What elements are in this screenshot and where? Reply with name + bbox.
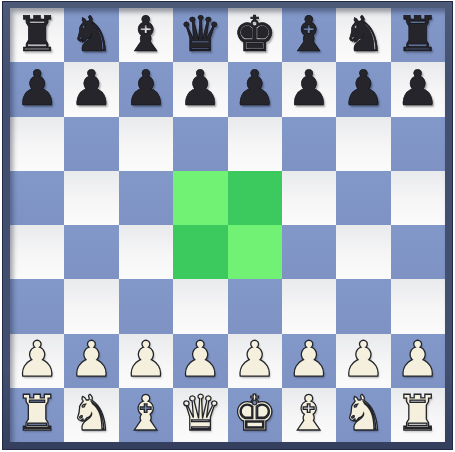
white-pawn[interactable]: ♟	[178, 335, 222, 384]
black-king[interactable]: ♚	[233, 10, 277, 59]
square-d2[interactable]: ♟	[173, 334, 227, 388]
white-queen[interactable]: ♛	[178, 389, 222, 438]
square-a4[interactable]	[10, 225, 64, 279]
black-knight[interactable]: ♞	[70, 10, 114, 59]
square-d8[interactable]: ♛	[173, 8, 227, 62]
square-f6[interactable]	[282, 117, 336, 171]
square-c5[interactable]	[119, 171, 173, 225]
white-knight[interactable]: ♞	[341, 389, 385, 438]
black-pawn[interactable]: ♟	[396, 64, 440, 113]
square-a6[interactable]	[10, 117, 64, 171]
white-king[interactable]: ♚	[233, 389, 277, 438]
black-rook[interactable]: ♜	[396, 10, 440, 59]
square-d3[interactable]	[173, 279, 227, 333]
square-f8[interactable]: ♝	[282, 8, 336, 62]
square-d6[interactable]	[173, 117, 227, 171]
white-pawn[interactable]: ♟	[233, 335, 277, 384]
black-pawn[interactable]: ♟	[341, 64, 385, 113]
white-pawn[interactable]: ♟	[15, 335, 59, 384]
square-b6[interactable]	[64, 117, 118, 171]
square-e6[interactable]	[228, 117, 282, 171]
square-g1[interactable]: ♞	[336, 388, 390, 442]
black-queen[interactable]: ♛	[178, 10, 222, 59]
square-f3[interactable]	[282, 279, 336, 333]
square-h5[interactable]	[391, 171, 445, 225]
black-pawn[interactable]: ♟	[178, 64, 222, 113]
square-c8[interactable]: ♝	[119, 8, 173, 62]
square-c7[interactable]: ♟	[119, 62, 173, 116]
white-pawn[interactable]: ♟	[124, 335, 168, 384]
square-b2[interactable]: ♟	[64, 334, 118, 388]
white-rook[interactable]: ♜	[396, 389, 440, 438]
square-f2[interactable]: ♟	[282, 334, 336, 388]
square-b3[interactable]	[64, 279, 118, 333]
square-g2[interactable]: ♟	[336, 334, 390, 388]
square-e8[interactable]: ♚	[228, 8, 282, 62]
square-e3[interactable]	[228, 279, 282, 333]
square-h6[interactable]	[391, 117, 445, 171]
square-b7[interactable]: ♟	[64, 62, 118, 116]
square-c4[interactable]	[119, 225, 173, 279]
chess-board: ♜♞♝♛♚♝♞♜♟♟♟♟♟♟♟♟♟♟♟♟♟♟♟♟♜♞♝♛♚♝♞♜	[10, 8, 445, 442]
square-h4[interactable]	[391, 225, 445, 279]
square-g3[interactable]	[336, 279, 390, 333]
square-d1[interactable]: ♛	[173, 388, 227, 442]
square-h7[interactable]: ♟	[391, 62, 445, 116]
square-h1[interactable]: ♜	[391, 388, 445, 442]
square-b5[interactable]	[64, 171, 118, 225]
square-h3[interactable]	[391, 279, 445, 333]
black-pawn[interactable]: ♟	[233, 64, 277, 113]
square-f7[interactable]: ♟	[282, 62, 336, 116]
square-c1[interactable]: ♝	[119, 388, 173, 442]
square-f1[interactable]: ♝	[282, 388, 336, 442]
square-g6[interactable]	[336, 117, 390, 171]
white-bishop[interactable]: ♝	[124, 389, 168, 438]
chess-board-window: ♜♞♝♛♚♝♞♜♟♟♟♟♟♟♟♟♟♟♟♟♟♟♟♟♜♞♝♛♚♝♞♜	[0, 0, 455, 452]
square-d4[interactable]	[173, 225, 227, 279]
white-knight[interactable]: ♞	[70, 389, 114, 438]
square-a5[interactable]	[10, 171, 64, 225]
square-a8[interactable]: ♜	[10, 8, 64, 62]
square-g5[interactable]	[336, 171, 390, 225]
square-b4[interactable]	[64, 225, 118, 279]
square-b1[interactable]: ♞	[64, 388, 118, 442]
square-a3[interactable]	[10, 279, 64, 333]
white-pawn[interactable]: ♟	[287, 335, 331, 384]
square-e1[interactable]: ♚	[228, 388, 282, 442]
square-e7[interactable]: ♟	[228, 62, 282, 116]
square-d5[interactable]	[173, 171, 227, 225]
square-a7[interactable]: ♟	[10, 62, 64, 116]
square-e5[interactable]	[228, 171, 282, 225]
black-bishop[interactable]: ♝	[287, 10, 331, 59]
square-c3[interactable]	[119, 279, 173, 333]
square-d7[interactable]: ♟	[173, 62, 227, 116]
square-c2[interactable]: ♟	[119, 334, 173, 388]
square-h2[interactable]: ♟	[391, 334, 445, 388]
black-knight[interactable]: ♞	[341, 10, 385, 59]
square-e4[interactable]	[228, 225, 282, 279]
square-g4[interactable]	[336, 225, 390, 279]
black-pawn[interactable]: ♟	[124, 64, 168, 113]
white-rook[interactable]: ♜	[15, 389, 59, 438]
white-pawn[interactable]: ♟	[341, 335, 385, 384]
square-e2[interactable]: ♟	[228, 334, 282, 388]
square-a2[interactable]: ♟	[10, 334, 64, 388]
black-bishop[interactable]: ♝	[124, 10, 168, 59]
square-a1[interactable]: ♜	[10, 388, 64, 442]
white-pawn[interactable]: ♟	[70, 335, 114, 384]
black-rook[interactable]: ♜	[15, 10, 59, 59]
square-g8[interactable]: ♞	[336, 8, 390, 62]
black-pawn[interactable]: ♟	[287, 64, 331, 113]
square-h8[interactable]: ♜	[391, 8, 445, 62]
square-b8[interactable]: ♞	[64, 8, 118, 62]
square-f5[interactable]	[282, 171, 336, 225]
square-g7[interactable]: ♟	[336, 62, 390, 116]
square-f4[interactable]	[282, 225, 336, 279]
white-bishop[interactable]: ♝	[287, 389, 331, 438]
square-c6[interactable]	[119, 117, 173, 171]
black-pawn[interactable]: ♟	[15, 64, 59, 113]
white-pawn[interactable]: ♟	[396, 335, 440, 384]
black-pawn[interactable]: ♟	[70, 64, 114, 113]
